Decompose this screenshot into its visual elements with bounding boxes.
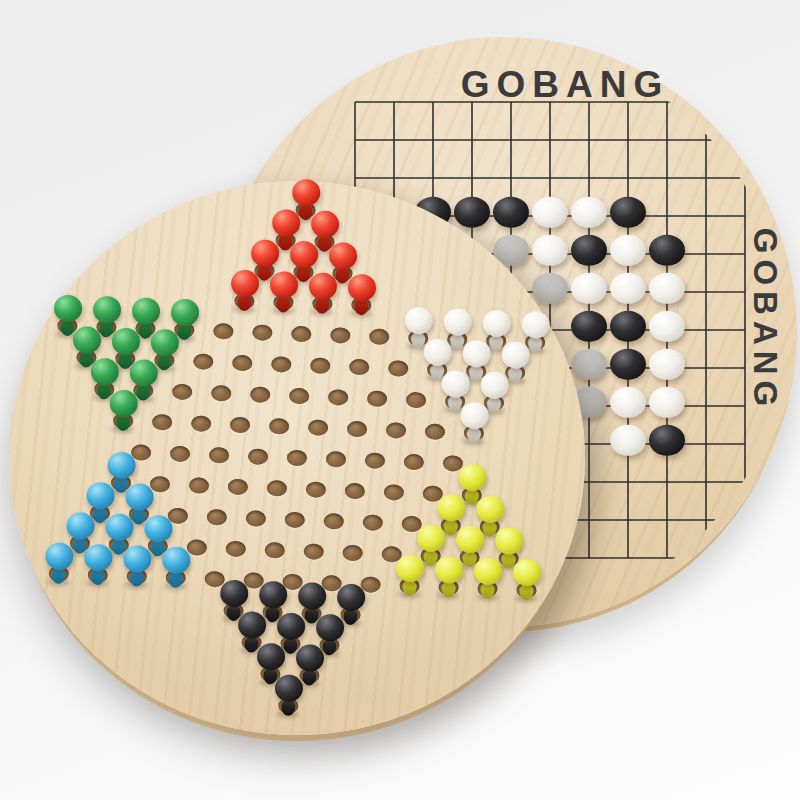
gobang-intersection[interactable] [687, 539, 726, 577]
checkers-hole[interactable] [285, 512, 306, 529]
peg-white[interactable] [458, 401, 489, 444]
gobang-intersection[interactable] [687, 387, 726, 425]
peg-base [129, 571, 144, 586]
peg-base [237, 296, 252, 311]
peg-ball [290, 241, 319, 269]
peg-ball [271, 209, 300, 237]
checkers-hole[interactable] [268, 418, 289, 435]
gobang-intersection[interactable] [726, 197, 765, 235]
peg-red[interactable] [307, 271, 338, 314]
stone-white[interactable] [610, 425, 646, 456]
checkers-hole[interactable] [363, 514, 384, 531]
peg-base [315, 299, 330, 314]
checkers-hole[interactable] [404, 454, 425, 471]
checkers-hole[interactable] [151, 414, 172, 431]
gobang-intersection[interactable] [570, 121, 609, 159]
gobang-intersection[interactable] [726, 83, 765, 121]
gobang-intersection[interactable] [687, 83, 726, 121]
peg-red[interactable] [346, 273, 377, 316]
checkers-hole[interactable] [309, 357, 330, 374]
stone-black[interactable] [610, 311, 646, 342]
gobang-intersection[interactable] [453, 121, 492, 159]
checkers-hole[interactable] [188, 477, 209, 494]
peg-ball [513, 559, 542, 587]
gobang-intersection[interactable] [609, 463, 648, 501]
checkers-hole[interactable] [387, 360, 408, 377]
checkers-hole[interactable] [328, 389, 349, 406]
checkers-hole[interactable] [307, 419, 328, 436]
peg-ball [256, 643, 285, 671]
stone-white[interactable] [649, 311, 685, 342]
gobang-intersection[interactable] [648, 349, 687, 387]
gobang-intersection[interactable] [648, 539, 687, 577]
gobang-intersection[interactable] [648, 159, 687, 197]
checkers-hole[interactable] [369, 328, 390, 345]
gobang-intersection[interactable] [726, 501, 765, 539]
checkers-hole[interactable] [213, 323, 234, 340]
peg-ball [295, 644, 324, 672]
checkers-hole[interactable] [291, 326, 312, 343]
gobang-intersection[interactable] [726, 311, 765, 349]
peg-ball [86, 482, 115, 510]
checkers-hole[interactable] [385, 422, 406, 439]
peg-ball [404, 307, 433, 335]
gobang-intersection[interactable] [648, 83, 687, 121]
checkers-hole[interactable] [211, 385, 232, 402]
checkers-hole[interactable] [266, 480, 287, 497]
gobang-intersection[interactable] [648, 501, 687, 539]
gobang-intersection[interactable] [687, 273, 726, 311]
gobang-intersection[interactable] [726, 235, 765, 273]
checkers-hole[interactable] [227, 479, 248, 496]
checkers-hole[interactable] [225, 541, 246, 558]
stone-white[interactable] [610, 273, 646, 304]
gobang-intersection[interactable] [609, 235, 648, 273]
peg-yellow[interactable] [394, 554, 425, 597]
peg-base [90, 570, 105, 585]
gobang-intersection[interactable] [726, 539, 765, 577]
checkers-hole[interactable] [406, 392, 427, 409]
peg-ball [171, 299, 200, 327]
peg-ball [336, 583, 365, 611]
gobang-intersection[interactable] [648, 387, 687, 425]
gobang-intersection[interactable] [492, 121, 531, 159]
checkers-hole[interactable] [172, 384, 193, 401]
gobang-intersection[interactable] [648, 235, 687, 273]
checkers-hole[interactable] [209, 447, 230, 464]
peg-base [441, 582, 456, 597]
stone-black[interactable] [610, 349, 646, 380]
chinese-checkers-board [9, 181, 585, 735]
stone-white[interactable] [649, 273, 685, 304]
gobang-intersection[interactable] [609, 539, 648, 577]
gobang-intersection[interactable] [531, 121, 570, 159]
checkers-hole[interactable] [170, 446, 191, 463]
peg-ball [480, 371, 509, 399]
peg-ball [66, 512, 95, 540]
peg-ball [90, 358, 119, 386]
checkers-hole[interactable] [264, 542, 285, 559]
peg-ball [107, 451, 136, 479]
peg-ball [93, 296, 122, 324]
checkers-hole[interactable] [190, 415, 211, 432]
peg-ball [72, 326, 101, 354]
peg-ball [494, 527, 523, 555]
checkers-hole[interactable] [229, 417, 250, 434]
peg-ball [150, 329, 179, 357]
checkers-hole[interactable] [193, 353, 214, 370]
peg-ball [143, 515, 172, 543]
peg-blue[interactable] [160, 545, 191, 588]
peg-blue[interactable] [43, 541, 74, 584]
peg-ball [396, 555, 425, 583]
peg-base [51, 569, 66, 584]
gobang-intersection[interactable] [687, 349, 726, 387]
checkers-hole[interactable] [287, 450, 308, 467]
peg-ball [501, 341, 530, 369]
stone-black[interactable] [649, 235, 685, 266]
checkers-hole[interactable] [303, 543, 324, 560]
checkers-hole[interactable] [246, 510, 267, 527]
peg-yellow[interactable] [472, 556, 503, 599]
checkers-hole[interactable] [250, 386, 271, 403]
gobang-intersection[interactable] [648, 121, 687, 159]
peg-blue[interactable] [121, 544, 152, 587]
peg-base [168, 573, 183, 588]
peg-ball [129, 359, 158, 387]
gobang-intersection[interactable] [336, 121, 375, 159]
product-photo-scene: GOBANG GOBANG [0, 0, 800, 800]
gobang-intersection[interactable] [687, 159, 726, 197]
checkers-hole[interactable] [326, 451, 347, 468]
peg-red[interactable] [268, 270, 299, 313]
checkers-hole[interactable] [383, 484, 404, 501]
peg-ball [111, 327, 140, 355]
peg-ball [238, 611, 267, 639]
stone-white[interactable] [649, 387, 685, 418]
stone-white[interactable] [610, 235, 646, 266]
peg-ball [347, 274, 376, 302]
gobang-intersection[interactable] [414, 83, 453, 121]
stone-black[interactable] [610, 197, 646, 228]
peg-ball [329, 242, 358, 270]
checkers-hole[interactable] [367, 390, 388, 407]
checkers-hole[interactable] [344, 483, 365, 500]
gobang-intersection[interactable] [648, 463, 687, 501]
gobang-intersection[interactable] [726, 273, 765, 311]
checkers-hole[interactable] [324, 513, 345, 530]
peg-yellow[interactable] [511, 558, 542, 601]
gobang-intersection[interactable] [609, 197, 648, 235]
gobang-intersection[interactable] [687, 197, 726, 235]
peg-ball [423, 338, 452, 366]
gobang-intersection[interactable] [609, 159, 648, 197]
peg-ball [251, 239, 280, 267]
gobang-intersection[interactable] [609, 311, 648, 349]
peg-base [466, 428, 481, 443]
gobang-intersection[interactable] [687, 425, 726, 463]
peg-base [354, 300, 369, 315]
gobang-intersection[interactable] [609, 349, 648, 387]
peg-ball [521, 311, 550, 339]
peg-ball [84, 544, 113, 572]
peg-base [281, 701, 296, 716]
checkers-hole[interactable] [365, 452, 386, 469]
peg-ball [269, 271, 298, 299]
peg-ball [474, 557, 503, 585]
gobang-intersection[interactable] [648, 273, 687, 311]
checkers-hole[interactable] [248, 448, 269, 465]
gobang-intersection[interactable] [492, 83, 531, 121]
gobang-intersection[interactable] [453, 83, 492, 121]
peg-ball [105, 513, 134, 541]
checkers-hole[interactable] [348, 359, 369, 376]
peg-ball [316, 614, 345, 642]
checkers-hole[interactable] [305, 481, 326, 498]
peg-blue[interactable] [82, 543, 113, 586]
gobang-intersection[interactable] [609, 425, 648, 463]
checkers-hole[interactable] [330, 327, 351, 344]
peg-green[interactable] [107, 388, 138, 431]
peg-black[interactable] [273, 673, 304, 716]
gobang-intersection[interactable] [726, 349, 765, 387]
peg-ball [462, 340, 491, 368]
gobang-intersection[interactable] [687, 121, 726, 159]
gobang-intersection[interactable] [687, 501, 726, 539]
peg-ball [308, 272, 337, 300]
gobang-intersection[interactable] [726, 387, 765, 425]
checkers-hole[interactable] [346, 421, 367, 438]
chinese-checkers-field [0, 171, 594, 745]
gobang-intersection[interactable] [609, 387, 648, 425]
peg-ball [277, 612, 306, 640]
peg-ball [123, 545, 152, 573]
peg-ball [443, 308, 472, 336]
peg-ball [310, 210, 339, 238]
gobang-intersection[interactable] [687, 463, 726, 501]
gobang-intersection[interactable] [609, 83, 648, 121]
peg-ball [482, 309, 511, 337]
peg-ball [476, 495, 505, 523]
gobang-intersection[interactable] [726, 425, 765, 463]
checkers-hole[interactable] [232, 355, 253, 372]
gobang-intersection[interactable] [609, 501, 648, 539]
peg-ball [162, 546, 191, 574]
gobang-intersection[interactable] [726, 463, 765, 501]
peg-ball [258, 581, 287, 609]
peg-ball [441, 370, 470, 398]
checkers-hole[interactable] [270, 356, 291, 373]
peg-ball [416, 524, 445, 552]
peg-ball [460, 402, 489, 430]
gobang-intersection[interactable] [414, 121, 453, 159]
peg-ball [230, 270, 259, 298]
gobang-intersection[interactable] [687, 235, 726, 273]
peg-ball [292, 179, 321, 207]
peg-red[interactable] [229, 269, 260, 312]
checkers-hole[interactable] [207, 509, 228, 526]
peg-ball [219, 579, 248, 607]
gobang-intersection[interactable] [609, 273, 648, 311]
checkers-hole[interactable] [342, 545, 363, 562]
peg-base [402, 581, 417, 596]
peg-ball [297, 582, 326, 610]
gobang-intersection[interactable] [648, 311, 687, 349]
peg-ball [455, 526, 484, 554]
peg-ball [274, 674, 303, 702]
peg-ball [132, 297, 161, 325]
gobang-intersection[interactable] [375, 121, 414, 159]
peg-base [276, 297, 291, 312]
gobang-intersection[interactable] [609, 121, 648, 159]
peg-ball [457, 464, 486, 492]
peg-ball [54, 294, 83, 322]
gobang-intersection[interactable] [570, 83, 609, 121]
peg-ball [437, 494, 466, 522]
gobang-intersection[interactable] [726, 159, 765, 197]
peg-ball [125, 483, 154, 511]
checkers-hole[interactable] [252, 324, 273, 341]
peg-base [480, 583, 495, 598]
checkers-hole[interactable] [289, 388, 310, 405]
stone-white[interactable] [610, 387, 646, 418]
peg-yellow[interactable] [433, 555, 464, 598]
gobang-intersection[interactable] [531, 83, 570, 121]
gobang-intersection[interactable] [648, 197, 687, 235]
peg-base [519, 585, 534, 600]
peg-ball [45, 542, 74, 570]
checkers-hole[interactable] [424, 423, 445, 440]
gobang-intersection[interactable] [648, 425, 687, 463]
peg-ball [109, 389, 138, 417]
gobang-intersection[interactable] [336, 83, 375, 121]
gobang-intersection[interactable] [375, 83, 414, 121]
peg-base [115, 416, 130, 431]
peg-ball [435, 556, 464, 584]
gobang-intersection[interactable] [687, 311, 726, 349]
stone-white[interactable] [649, 349, 685, 380]
gobang-intersection[interactable] [726, 121, 765, 159]
stone-black[interactable] [649, 425, 685, 456]
